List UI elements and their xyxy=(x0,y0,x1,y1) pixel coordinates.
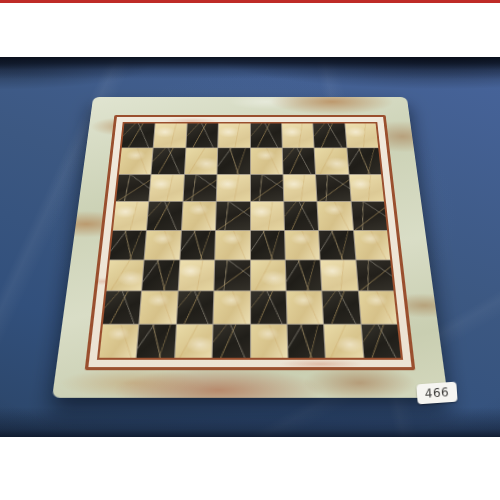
square-g3 xyxy=(321,260,358,290)
square-b4 xyxy=(145,230,181,259)
bottom-white-margin xyxy=(0,437,500,500)
lot-number-text: 466 xyxy=(424,385,449,401)
square-c5 xyxy=(182,202,216,230)
square-e1 xyxy=(251,324,288,357)
square-d7 xyxy=(218,149,250,174)
square-g4 xyxy=(319,230,355,259)
square-h6 xyxy=(349,175,384,201)
square-h8 xyxy=(345,123,378,147)
square-c4 xyxy=(180,230,215,259)
square-g7 xyxy=(315,149,348,174)
square-h1 xyxy=(361,324,400,357)
square-f2 xyxy=(287,292,324,324)
square-e7 xyxy=(250,149,282,174)
lot-number-label: 466 xyxy=(416,382,457,405)
square-d2 xyxy=(214,292,250,324)
square-e3 xyxy=(251,260,286,290)
square-g2 xyxy=(323,292,361,324)
square-g5 xyxy=(318,202,353,230)
square-d6 xyxy=(217,175,250,201)
square-b5 xyxy=(147,202,182,230)
square-a1 xyxy=(99,324,138,357)
square-h3 xyxy=(356,260,393,290)
square-f7 xyxy=(283,149,316,174)
square-c1 xyxy=(175,324,213,357)
square-g8 xyxy=(313,123,346,147)
square-f4 xyxy=(285,230,320,259)
square-b2 xyxy=(140,292,178,324)
square-e6 xyxy=(250,175,283,201)
square-d5 xyxy=(216,202,249,230)
auction-photo: 466 xyxy=(0,57,500,437)
square-h5 xyxy=(351,202,387,230)
square-e4 xyxy=(251,230,285,259)
square-d8 xyxy=(218,123,249,147)
square-f1 xyxy=(287,324,325,357)
square-c7 xyxy=(185,149,218,174)
square-d1 xyxy=(213,324,250,357)
square-a5 xyxy=(113,202,149,230)
square-a3 xyxy=(107,260,144,290)
square-a8 xyxy=(122,123,155,147)
square-c3 xyxy=(179,260,215,290)
square-c8 xyxy=(186,123,218,147)
board-field xyxy=(99,123,400,357)
square-f3 xyxy=(286,260,322,290)
square-d3 xyxy=(215,260,250,290)
chess-board xyxy=(52,97,448,398)
square-g6 xyxy=(316,175,350,201)
square-c6 xyxy=(183,175,216,201)
square-b1 xyxy=(137,324,176,357)
auction-listing-image: 466 xyxy=(0,0,500,500)
square-b8 xyxy=(154,123,187,147)
square-f6 xyxy=(283,175,316,201)
square-b7 xyxy=(152,149,185,174)
square-h4 xyxy=(354,230,390,259)
square-e5 xyxy=(250,202,283,230)
square-e2 xyxy=(251,292,287,324)
square-c2 xyxy=(177,292,214,324)
square-f8 xyxy=(282,123,314,147)
square-f5 xyxy=(284,202,318,230)
square-e8 xyxy=(250,123,281,147)
square-b6 xyxy=(150,175,184,201)
square-a7 xyxy=(119,149,153,174)
square-a6 xyxy=(116,175,151,201)
square-g1 xyxy=(324,324,363,357)
square-h7 xyxy=(347,149,381,174)
square-a2 xyxy=(103,292,141,324)
square-h2 xyxy=(359,292,397,324)
square-d4 xyxy=(215,230,249,259)
square-b3 xyxy=(143,260,180,290)
square-a4 xyxy=(110,230,146,259)
top-white-margin xyxy=(0,3,500,57)
